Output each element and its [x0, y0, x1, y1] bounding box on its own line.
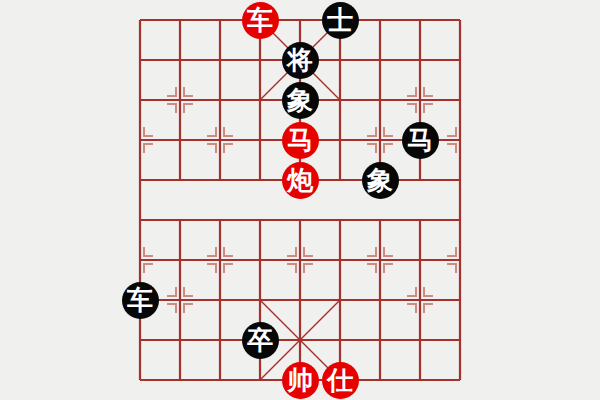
- black-advisor[interactable]: 士: [322, 2, 359, 39]
- red-horse[interactable]: 马: [282, 122, 319, 159]
- piece-glyph: 仕: [327, 367, 353, 393]
- red-advisor[interactable]: 仕: [322, 362, 359, 399]
- red-general[interactable]: 帅: [282, 362, 319, 399]
- piece-glyph: 象: [287, 87, 313, 113]
- black-chariot[interactable]: 车: [122, 282, 159, 319]
- piece-glyph: 帅: [287, 367, 313, 393]
- piece-glyph: 马: [287, 127, 313, 153]
- piece-glyph: 车: [247, 7, 273, 33]
- black-general[interactable]: 将: [282, 42, 319, 79]
- piece-glyph: 象: [367, 167, 393, 193]
- piece-layer: 车士将象马马炮象车卒帅仕: [120, 0, 480, 400]
- black-elephant[interactable]: 象: [362, 162, 399, 199]
- piece-glyph: 将: [287, 47, 313, 73]
- piece-glyph: 士: [327, 7, 353, 33]
- black-pawn[interactable]: 卒: [242, 322, 279, 359]
- red-cannon[interactable]: 炮: [282, 162, 319, 199]
- red-chariot[interactable]: 车: [242, 2, 279, 39]
- black-horse[interactable]: 马: [402, 122, 439, 159]
- piece-glyph: 卒: [247, 327, 273, 353]
- black-elephant[interactable]: 象: [282, 82, 319, 119]
- xiangqi-board: 车士将象马马炮象车卒帅仕: [0, 0, 600, 400]
- piece-glyph: 车: [127, 287, 153, 313]
- piece-glyph: 炮: [287, 167, 313, 193]
- piece-glyph: 马: [407, 127, 433, 153]
